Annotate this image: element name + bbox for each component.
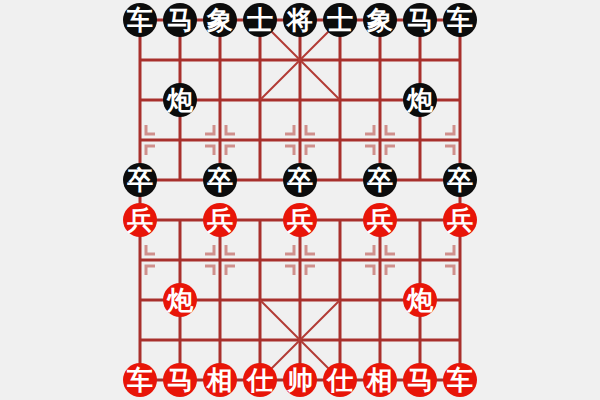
black-advisor-piece[interactable]: 士 <box>323 3 357 37</box>
red-soldier-piece[interactable]: 兵 <box>443 203 477 237</box>
red-soldier-piece[interactable]: 兵 <box>283 203 317 237</box>
black-soldier-piece[interactable]: 卒 <box>203 163 237 197</box>
black-elephant-piece[interactable]: 象 <box>203 3 237 37</box>
black-soldier-piece[interactable]: 卒 <box>363 163 397 197</box>
black-chariot-piece[interactable]: 车 <box>123 3 157 37</box>
black-general-piece[interactable]: 将 <box>283 3 317 37</box>
red-horse-piece[interactable]: 马 <box>163 363 197 397</box>
black-cannon-piece[interactable]: 炮 <box>163 83 197 117</box>
red-elephant-piece[interactable]: 相 <box>363 363 397 397</box>
black-elephant-piece[interactable]: 象 <box>363 3 397 37</box>
red-chariot-piece[interactable]: 车 <box>123 363 157 397</box>
red-soldier-piece[interactable]: 兵 <box>123 203 157 237</box>
black-soldier-piece[interactable]: 卒 <box>123 163 157 197</box>
xiangqi-board[interactable]: 车马象士将士象马车炮炮卒卒卒卒卒兵兵兵兵兵炮炮车马相仕帅仕相马车 <box>0 0 600 400</box>
black-soldier-piece[interactable]: 卒 <box>443 163 477 197</box>
red-elephant-piece[interactable]: 相 <box>203 363 237 397</box>
red-chariot-piece[interactable]: 车 <box>443 363 477 397</box>
xiangqi-screen: 车马象士将士象马车炮炮卒卒卒卒卒兵兵兵兵兵炮炮车马相仕帅仕相马车 <box>0 0 600 400</box>
black-advisor-piece[interactable]: 士 <box>243 3 277 37</box>
red-horse-piece[interactable]: 马 <box>403 363 437 397</box>
black-horse-piece[interactable]: 马 <box>403 3 437 37</box>
red-cannon-piece[interactable]: 炮 <box>403 283 437 317</box>
red-soldier-piece[interactable]: 兵 <box>203 203 237 237</box>
black-soldier-piece[interactable]: 卒 <box>283 163 317 197</box>
black-cannon-piece[interactable]: 炮 <box>403 83 437 117</box>
red-advisor-piece[interactable]: 仕 <box>323 363 357 397</box>
black-horse-piece[interactable]: 马 <box>163 3 197 37</box>
red-advisor-piece[interactable]: 仕 <box>243 363 277 397</box>
board-grid <box>0 0 600 400</box>
black-chariot-piece[interactable]: 车 <box>443 3 477 37</box>
red-soldier-piece[interactable]: 兵 <box>363 203 397 237</box>
red-general-piece[interactable]: 帅 <box>283 363 317 397</box>
red-cannon-piece[interactable]: 炮 <box>163 283 197 317</box>
